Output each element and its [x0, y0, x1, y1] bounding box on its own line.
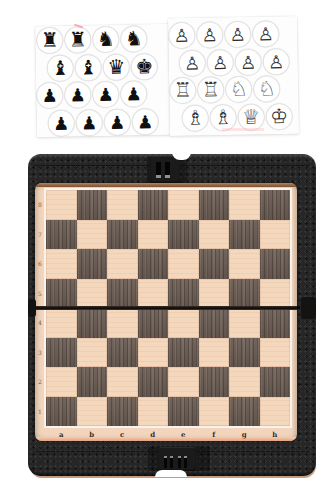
square-a8[interactable] — [46, 190, 77, 220]
file-label-b: b — [77, 428, 108, 441]
sticker-black-queen[interactable]: ♛ — [103, 53, 130, 80]
square-f5[interactable] — [199, 279, 230, 309]
bottom-latch-notch — [155, 470, 187, 477]
square-e3[interactable] — [168, 338, 199, 368]
square-e4[interactable] — [168, 308, 199, 338]
square-e6[interactable] — [168, 249, 199, 279]
sticker-black-pawn[interactable]: ♟ — [36, 82, 63, 109]
white-knight-icon: ♘ — [258, 76, 276, 103]
square-h3[interactable] — [260, 338, 291, 368]
sticker-white-knight[interactable]: ♘ — [225, 76, 252, 103]
square-a2[interactable] — [46, 367, 77, 397]
square-a3[interactable] — [46, 338, 77, 368]
black-bishop-icon: ♝ — [79, 54, 97, 81]
sticker-white-queen[interactable]: ♕ — [237, 103, 264, 130]
rank-label-1: 1 — [35, 397, 45, 427]
square-e1[interactable] — [168, 397, 199, 427]
white-bishop-icon: ♗ — [186, 104, 204, 131]
square-b6[interactable] — [77, 249, 108, 279]
sticker-black-pawn[interactable]: ♟ — [75, 109, 102, 136]
black-pawn-icon: ♟ — [41, 82, 58, 109]
rank-label-6: 6 — [35, 249, 45, 279]
black-pawn-icon: ♟ — [125, 81, 142, 108]
black-rook-icon: ♜ — [41, 27, 59, 54]
board-fold-seam — [35, 306, 297, 310]
sticker-black-knight[interactable]: ♞ — [120, 25, 147, 52]
sticker-black-bishop[interactable]: ♝ — [47, 54, 74, 81]
white-pawn-icon: ♙ — [184, 49, 201, 76]
black-pawn-icon: ♟ — [53, 109, 70, 136]
black-pawn-icon: ♟ — [97, 81, 114, 108]
square-c7[interactable] — [107, 220, 138, 250]
square-a5[interactable] — [46, 279, 77, 309]
sticker-row: ♖♖♘♘ — [169, 75, 298, 105]
file-label-h: h — [260, 428, 291, 441]
sticker-white-pawn[interactable]: ♙ — [235, 48, 262, 75]
square-b5[interactable] — [77, 279, 108, 309]
sticker-black-king[interactable]: ♚ — [131, 53, 158, 80]
latch-slot — [178, 456, 181, 468]
square-g1[interactable] — [229, 397, 260, 427]
black-pawn-icon: ♟ — [69, 82, 86, 109]
white-pawn-icon: ♙ — [212, 49, 229, 76]
sticker-white-pawn[interactable]: ♙ — [252, 20, 279, 47]
sticker-black-pawn[interactable]: ♟ — [92, 81, 119, 108]
square-b2[interactable] — [77, 367, 108, 397]
black-pawn-icon: ♟ — [137, 108, 154, 135]
square-a7[interactable] — [46, 220, 77, 250]
square-a4[interactable] — [46, 308, 77, 338]
square-f6[interactable] — [199, 249, 230, 279]
square-d4[interactable] — [138, 308, 169, 338]
sticker-white-rook[interactable]: ♖ — [197, 76, 224, 103]
square-g7[interactable] — [229, 220, 260, 250]
rank-label-4: 4 — [35, 308, 45, 338]
square-g6[interactable] — [229, 249, 260, 279]
sticker-black-pawn[interactable]: ♟ — [103, 108, 130, 135]
square-b4[interactable] — [77, 308, 108, 338]
square-d8[interactable] — [138, 190, 169, 220]
latch-slot — [170, 456, 173, 468]
rank-label-8: 8 — [35, 190, 45, 220]
square-d1[interactable] — [138, 397, 169, 427]
black-knight-icon: ♞ — [125, 26, 143, 53]
sticker-row: ♝♝♛♚ — [47, 52, 170, 82]
square-e5[interactable] — [168, 279, 199, 309]
bottom-latch — [158, 447, 196, 471]
sticker-white-pawn[interactable]: ♙ — [196, 21, 223, 48]
rank-label-3: 3 — [35, 338, 45, 368]
square-h6[interactable] — [260, 249, 291, 279]
square-d5[interactable] — [138, 279, 169, 309]
sticker-black-pawn[interactable]: ♟ — [48, 109, 75, 136]
square-e2[interactable] — [168, 367, 199, 397]
square-c6[interactable] — [107, 249, 138, 279]
square-h8[interactable] — [260, 190, 291, 220]
sticker-white-pawn[interactable]: ♙ — [224, 21, 251, 48]
latch-slot — [184, 456, 187, 468]
square-g4[interactable] — [229, 308, 260, 338]
square-b1[interactable] — [77, 397, 108, 427]
square-b8[interactable] — [77, 190, 108, 220]
square-f7[interactable] — [199, 220, 230, 250]
sticker-row: ♟♟♟♟ — [47, 107, 170, 137]
sticker-black-rook[interactable]: ♜ — [36, 27, 63, 54]
sticker-white-bishop[interactable]: ♗ — [181, 104, 208, 131]
square-c1[interactable] — [107, 397, 138, 427]
board-top-edge — [35, 183, 297, 187]
white-king-icon: ♔ — [270, 103, 288, 130]
square-c4[interactable] — [107, 308, 138, 338]
file-label-f: f — [199, 428, 230, 441]
file-label-e: e — [168, 428, 199, 441]
square-f3[interactable] — [199, 338, 230, 368]
product-photo: ♜♜♞♞♝♝♛♚♟♟♟♟♟♟♟♟ ♙♙♙♙♙♙♙♙♖♖♘♘♗♗♕♔ 876543… — [0, 0, 331, 500]
square-b3[interactable] — [77, 338, 108, 368]
square-h5[interactable] — [260, 279, 291, 309]
square-d7[interactable] — [138, 220, 169, 250]
square-c8[interactable] — [107, 190, 138, 220]
sticker-white-king[interactable]: ♔ — [265, 103, 292, 130]
sticker-row: ♙♙♙♙ — [168, 20, 297, 50]
square-a1[interactable] — [46, 397, 77, 427]
sticker-black-pawn[interactable]: ♟ — [64, 81, 91, 108]
sticker-row: ♗♗♕♔ — [181, 102, 298, 132]
sticker-white-rook[interactable]: ♖ — [169, 77, 196, 104]
left-hinge — [28, 299, 36, 317]
sticker-sheet-black-pieces: ♜♜♞♞♝♝♛♚♟♟♟♟♟♟♟♟ — [35, 24, 171, 137]
sticker-black-pawn[interactable]: ♟ — [120, 80, 147, 107]
sticker-row: ♜♜♞♞ — [36, 25, 169, 55]
square-c3[interactable] — [107, 338, 138, 368]
white-pawn-icon: ♙ — [268, 48, 285, 75]
file-label-d: d — [138, 428, 169, 441]
square-g5[interactable] — [229, 279, 260, 309]
white-pawn-icon: ♙ — [240, 48, 257, 75]
square-g2[interactable] — [229, 367, 260, 397]
square-b7[interactable] — [77, 220, 108, 250]
white-queen-icon: ♕ — [242, 103, 260, 130]
square-f4[interactable] — [199, 308, 230, 338]
black-rook-icon: ♜ — [69, 27, 87, 54]
white-pawn-icon: ♙ — [201, 22, 218, 49]
sticker-black-bishop[interactable]: ♝ — [75, 54, 102, 81]
black-knight-icon: ♞ — [97, 26, 115, 53]
chess-board-panel: 87654321 abcdefgh — [35, 183, 297, 441]
sticker-white-knight[interactable]: ♘ — [253, 75, 280, 102]
rank-label-5: 5 — [35, 279, 45, 309]
sticker-white-pawn[interactable]: ♙ — [179, 49, 206, 76]
white-bishop-icon: ♗ — [214, 104, 232, 131]
black-pawn-icon: ♟ — [109, 108, 126, 135]
latch-slot — [156, 162, 161, 178]
square-a6[interactable] — [46, 249, 77, 279]
square-f8[interactable] — [199, 190, 230, 220]
latch-slot — [164, 456, 167, 468]
sticker-black-pawn[interactable]: ♟ — [131, 108, 158, 135]
square-e7[interactable] — [168, 220, 199, 250]
square-g3[interactable] — [229, 338, 260, 368]
square-h7[interactable] — [260, 220, 291, 250]
sticker-row: ♟♟♟♟ — [36, 80, 170, 110]
black-queen-icon: ♛ — [107, 53, 125, 80]
white-pawn-icon: ♙ — [257, 21, 274, 48]
file-labels: abcdefgh — [46, 428, 290, 441]
white-pawn-icon: ♙ — [173, 22, 190, 49]
white-rook-icon: ♖ — [174, 77, 192, 104]
square-f1[interactable] — [199, 397, 230, 427]
file-label-a: a — [46, 428, 77, 441]
black-bishop-icon: ♝ — [51, 54, 69, 81]
latch-slot — [165, 162, 170, 178]
file-label-c: c — [107, 428, 138, 441]
top-latch — [150, 156, 180, 183]
square-e8[interactable] — [168, 190, 199, 220]
rank-label-7: 7 — [35, 220, 45, 250]
white-pawn-icon: ♙ — [229, 21, 246, 48]
black-pawn-icon: ♟ — [81, 109, 98, 136]
sticker-white-pawn[interactable]: ♙ — [263, 48, 290, 75]
sticker-white-pawn[interactable]: ♙ — [207, 49, 234, 76]
square-d6[interactable] — [138, 249, 169, 279]
sticker-black-rook[interactable]: ♜ — [64, 26, 91, 53]
black-king-icon: ♚ — [135, 53, 153, 80]
sticker-black-knight[interactable]: ♞ — [92, 26, 119, 53]
rank-label-2: 2 — [35, 367, 45, 397]
square-d3[interactable] — [138, 338, 169, 368]
square-h1[interactable] — [260, 397, 291, 427]
square-c2[interactable] — [107, 367, 138, 397]
sticker-white-pawn[interactable]: ♙ — [168, 22, 195, 49]
sticker-row: ♙♙♙♙ — [179, 47, 298, 77]
file-label-g: g — [229, 428, 260, 441]
square-h4[interactable] — [260, 308, 291, 338]
square-h2[interactable] — [260, 367, 291, 397]
square-f2[interactable] — [199, 367, 230, 397]
square-d2[interactable] — [138, 367, 169, 397]
sticker-white-bishop[interactable]: ♗ — [209, 104, 236, 131]
sticker-sheet-white-pieces: ♙♙♙♙♙♙♙♙♖♖♘♘♗♗♕♔ — [168, 16, 299, 136]
right-hinge — [300, 297, 316, 319]
white-rook-icon: ♖ — [202, 76, 220, 103]
white-knight-icon: ♘ — [230, 76, 248, 103]
square-c5[interactable] — [107, 279, 138, 309]
square-g8[interactable] — [229, 190, 260, 220]
